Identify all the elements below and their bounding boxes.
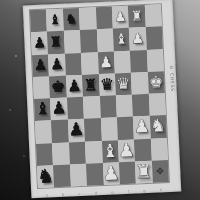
- board-square: ♟: [102, 162, 119, 185]
- file-label: c: [78, 191, 80, 196]
- file-label: d: [94, 190, 97, 195]
- board-square: ♚: [147, 71, 164, 94]
- board-square: [36, 143, 53, 166]
- board-square: ♜: [135, 161, 152, 184]
- board-square: [35, 121, 52, 144]
- board-square: ♞: [63, 8, 80, 31]
- board-square: [134, 138, 151, 161]
- file-label: f: [128, 189, 130, 194]
- board-square: [64, 30, 81, 53]
- black-rook-piece: ♜: [49, 35, 62, 50]
- board-square: ♟: [50, 98, 67, 121]
- board-square: [130, 49, 147, 72]
- file-label: h: [160, 187, 163, 192]
- white-king-piece: ♚: [149, 74, 164, 90]
- board-square: [86, 163, 103, 186]
- board-square: ❖: [151, 160, 168, 183]
- board-square: ♛: [98, 73, 115, 96]
- black-knight-piece: ♞: [65, 13, 78, 27]
- white-pawn-piece: ♟: [114, 10, 127, 24]
- chess-board: ♝♞♟♜♟♜♝♟♟♟♟♚♟♜♛♛♚♝♟♟♟♞♝♟♞♟♜❖ © CHESS abc…: [23, 0, 182, 198]
- board-square: ♟: [97, 51, 114, 74]
- black-king-piece: ♚: [51, 78, 66, 94]
- board-square: [144, 4, 161, 27]
- white-pawn-piece: ♟: [118, 141, 135, 160]
- board-square: ♝: [113, 28, 130, 51]
- photo-scene: ♝♞♟♜♟♜♝♟♟♟♟♚♟♜♛♛♚♝♟♟♟♞♝♟♞♟♜❖ © CHESS abc…: [0, 0, 200, 200]
- board-square: ♛: [115, 72, 132, 95]
- board-square: [83, 96, 100, 119]
- board-play-area: ♝♞♟♜♟♜♝♟♟♟♟♚♟♜♛♛♚♝♟♟♟♞♝♟♞♟♜❖: [30, 4, 169, 188]
- corner-ornament-icon: ❖: [155, 166, 164, 176]
- white-queen-piece: ♛: [116, 76, 131, 92]
- board-square: ♚: [49, 75, 66, 98]
- board-brand-text: © CHESS: [169, 64, 175, 91]
- board-square: [67, 97, 84, 120]
- white-bishop-piece: ♝: [115, 32, 128, 47]
- black-pawn-piece: ♟: [68, 121, 84, 139]
- board-square: [65, 52, 82, 75]
- board-square: [116, 95, 133, 118]
- black-bishop-piece: ♝: [49, 13, 62, 27]
- board-square: ♟: [129, 27, 146, 50]
- white-rook-piece: ♜: [130, 10, 143, 24]
- board-square: [52, 142, 69, 165]
- board-square: ♜: [82, 74, 99, 97]
- board-square: [70, 164, 87, 187]
- board-square: [119, 161, 136, 184]
- board-square: ♝: [46, 9, 63, 32]
- board-square: [114, 50, 131, 73]
- board-square: [100, 118, 117, 141]
- board-square: ♟: [48, 53, 65, 76]
- white-pawn-piece: ♟: [99, 55, 113, 71]
- board-square: [30, 9, 47, 32]
- board-square: ♝: [101, 140, 118, 163]
- black-pawn-piece: ♟: [34, 57, 48, 73]
- board-square: [51, 120, 68, 143]
- board-square: ♟: [118, 139, 135, 162]
- board-square: [96, 29, 113, 52]
- file-label: e: [111, 189, 114, 194]
- board-square: ♞: [37, 165, 54, 188]
- board-square: [81, 52, 98, 75]
- board-square: [85, 141, 102, 164]
- board-square: [148, 93, 165, 116]
- black-rook-piece: ♜: [83, 77, 98, 93]
- board-square: [69, 141, 86, 164]
- board-square: ♟: [66, 75, 83, 98]
- board-square: [80, 29, 97, 52]
- board-square: ♟: [32, 54, 49, 77]
- board-square: [132, 94, 149, 117]
- file-coordinate-labels: abcdefgh: [38, 187, 169, 198]
- photo-viewport: ♝♞♟♜♟♜♝♟♟♟♟♚♟♜♛♛♚♝♟♟♟♞♝♟♞♟♜❖ © CHESS abc…: [0, 0, 200, 200]
- black-pawn-piece: ♟: [67, 78, 82, 94]
- board-square: ♜: [128, 5, 145, 28]
- black-knight-piece: ♞: [37, 166, 55, 186]
- board-square: [117, 117, 134, 140]
- board-square: [95, 6, 112, 29]
- board-square: [145, 26, 162, 49]
- board-square: [146, 49, 163, 72]
- black-pawn-piece: ♟: [50, 57, 64, 73]
- board-square: [79, 7, 96, 30]
- white-rook-piece: ♜: [135, 162, 153, 182]
- board-square: ♝: [34, 98, 51, 121]
- board-square: ♟: [112, 6, 129, 29]
- black-pawn-piece: ♟: [51, 100, 67, 117]
- file-label: g: [143, 188, 146, 193]
- white-knight-piece: ♞: [150, 118, 166, 136]
- black-bishop-piece: ♝: [35, 101, 51, 118]
- white-bishop-piece: ♝: [102, 142, 119, 161]
- board-square: [99, 95, 116, 118]
- white-pawn-piece: ♟: [102, 163, 120, 183]
- board-square: ♞: [149, 115, 166, 138]
- file-label: a: [45, 192, 48, 197]
- board-square: ♟: [133, 116, 150, 139]
- file-label: b: [62, 192, 65, 197]
- board-square: ♟: [31, 32, 48, 55]
- white-pawn-piece: ♟: [134, 118, 150, 136]
- white-pawn-piece: ♟: [131, 31, 144, 46]
- board-square: [84, 118, 101, 141]
- board-square: [53, 164, 70, 187]
- black-queen-piece: ♛: [100, 76, 115, 92]
- board-square: [33, 76, 50, 99]
- board-square: ♜: [47, 31, 64, 54]
- board-square: [131, 72, 148, 95]
- board-square: ♟: [68, 119, 85, 142]
- board-square: [150, 138, 167, 161]
- black-pawn-piece: ♟: [33, 36, 46, 51]
